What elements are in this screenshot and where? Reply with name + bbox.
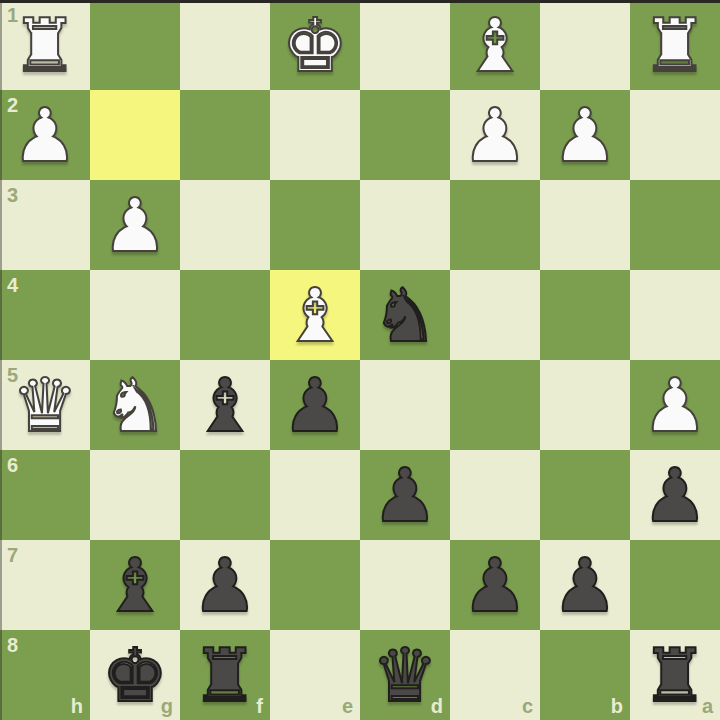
square-c3[interactable]: [450, 180, 540, 270]
square-c4[interactable]: [450, 270, 540, 360]
square-h7[interactable]: 7: [0, 540, 90, 630]
white-knight-piece[interactable]: ♞: [90, 360, 180, 450]
square-f2[interactable]: [180, 90, 270, 180]
file-label-c: c: [522, 695, 533, 718]
square-e8[interactable]: e: [270, 630, 360, 720]
square-d6[interactable]: ♟: [360, 450, 450, 540]
black-pawn-piece[interactable]: ♟: [180, 540, 270, 630]
square-a6[interactable]: ♟: [630, 450, 720, 540]
square-d2[interactable]: [360, 90, 450, 180]
square-g2[interactable]: [90, 90, 180, 180]
square-f1[interactable]: [180, 0, 270, 90]
square-f4[interactable]: [180, 270, 270, 360]
white-bishop-piece[interactable]: ♝: [270, 270, 360, 360]
white-pawn-piece[interactable]: ♟: [450, 90, 540, 180]
board-wrapper: 1♜♚♝♜2♟♟♟3♟4♝♞5♛♞♝♟♟6♟♟7♝♟♟♟8hg♚f♜ed♛cba…: [0, 0, 720, 720]
square-e1[interactable]: ♚: [270, 0, 360, 90]
square-b1[interactable]: [540, 0, 630, 90]
square-d5[interactable]: [360, 360, 450, 450]
rank-label-6: 6: [7, 454, 18, 477]
square-c7[interactable]: ♟: [450, 540, 540, 630]
file-label-h: h: [71, 695, 83, 718]
square-e5[interactable]: ♟: [270, 360, 360, 450]
square-g8[interactable]: g♚: [90, 630, 180, 720]
black-pawn-piece[interactable]: ♟: [360, 450, 450, 540]
black-bishop-piece[interactable]: ♝: [180, 360, 270, 450]
square-h6[interactable]: 6: [0, 450, 90, 540]
square-g5[interactable]: ♞: [90, 360, 180, 450]
square-c5[interactable]: [450, 360, 540, 450]
square-f7[interactable]: ♟: [180, 540, 270, 630]
square-a8[interactable]: a♜: [630, 630, 720, 720]
rank-label-3: 3: [7, 184, 18, 207]
white-pawn-piece[interactable]: ♟: [540, 90, 630, 180]
square-b3[interactable]: [540, 180, 630, 270]
square-b4[interactable]: [540, 270, 630, 360]
square-f8[interactable]: f♜: [180, 630, 270, 720]
square-h5[interactable]: 5♛: [0, 360, 90, 450]
square-e7[interactable]: [270, 540, 360, 630]
square-g4[interactable]: [90, 270, 180, 360]
square-b7[interactable]: ♟: [540, 540, 630, 630]
file-label-b: b: [611, 695, 623, 718]
board-left-edge: [0, 0, 2, 720]
white-pawn-piece[interactable]: ♟: [630, 360, 720, 450]
square-e6[interactable]: [270, 450, 360, 540]
white-pawn-piece[interactable]: ♟: [90, 180, 180, 270]
square-c1[interactable]: ♝: [450, 0, 540, 90]
square-d3[interactable]: [360, 180, 450, 270]
square-e3[interactable]: [270, 180, 360, 270]
square-f6[interactable]: [180, 450, 270, 540]
black-king-piece[interactable]: ♚: [90, 630, 180, 720]
square-e4[interactable]: ♝: [270, 270, 360, 360]
white-pawn-piece[interactable]: ♟: [0, 90, 90, 180]
white-queen-piece[interactable]: ♛: [0, 360, 90, 450]
black-pawn-piece[interactable]: ♟: [540, 540, 630, 630]
square-b6[interactable]: [540, 450, 630, 540]
square-c8[interactable]: c: [450, 630, 540, 720]
black-rook-piece[interactable]: ♜: [630, 630, 720, 720]
square-d8[interactable]: d♛: [360, 630, 450, 720]
square-e2[interactable]: [270, 90, 360, 180]
square-a1[interactable]: ♜: [630, 0, 720, 90]
square-h1[interactable]: 1♜: [0, 0, 90, 90]
square-b8[interactable]: b: [540, 630, 630, 720]
square-a2[interactable]: [630, 90, 720, 180]
rank-label-8: 8: [7, 634, 18, 657]
square-d7[interactable]: [360, 540, 450, 630]
square-d1[interactable]: [360, 0, 450, 90]
square-f3[interactable]: [180, 180, 270, 270]
square-a3[interactable]: [630, 180, 720, 270]
square-h2[interactable]: 2♟: [0, 90, 90, 180]
square-g7[interactable]: ♝: [90, 540, 180, 630]
rank-label-7: 7: [7, 544, 18, 567]
square-a4[interactable]: [630, 270, 720, 360]
white-rook-piece[interactable]: ♜: [630, 0, 720, 90]
square-g1[interactable]: [90, 0, 180, 90]
chess-board[interactable]: 1♜♚♝♜2♟♟♟3♟4♝♞5♛♞♝♟♟6♟♟7♝♟♟♟8hg♚f♜ed♛cba…: [0, 0, 720, 720]
square-b5[interactable]: [540, 360, 630, 450]
black-queen-piece[interactable]: ♛: [360, 630, 450, 720]
square-h3[interactable]: 3: [0, 180, 90, 270]
white-rook-piece[interactable]: ♜: [0, 0, 90, 90]
white-king-piece[interactable]: ♚: [270, 0, 360, 90]
square-a5[interactable]: ♟: [630, 360, 720, 450]
white-bishop-piece[interactable]: ♝: [450, 0, 540, 90]
square-b2[interactable]: ♟: [540, 90, 630, 180]
black-rook-piece[interactable]: ♜: [180, 630, 270, 720]
square-h4[interactable]: 4: [0, 270, 90, 360]
square-h8[interactable]: 8h: [0, 630, 90, 720]
black-pawn-piece[interactable]: ♟: [630, 450, 720, 540]
square-c2[interactable]: ♟: [450, 90, 540, 180]
black-pawn-piece[interactable]: ♟: [270, 360, 360, 450]
black-bishop-piece[interactable]: ♝: [90, 540, 180, 630]
black-pawn-piece[interactable]: ♟: [450, 540, 540, 630]
black-knight-piece[interactable]: ♞: [360, 270, 450, 360]
file-label-e: e: [342, 695, 353, 718]
square-g3[interactable]: ♟: [90, 180, 180, 270]
square-a7[interactable]: [630, 540, 720, 630]
board-top-edge: [0, 0, 720, 3]
square-g6[interactable]: [90, 450, 180, 540]
square-d4[interactable]: ♞: [360, 270, 450, 360]
square-c6[interactable]: [450, 450, 540, 540]
rank-label-4: 4: [7, 274, 18, 297]
square-f5[interactable]: ♝: [180, 360, 270, 450]
